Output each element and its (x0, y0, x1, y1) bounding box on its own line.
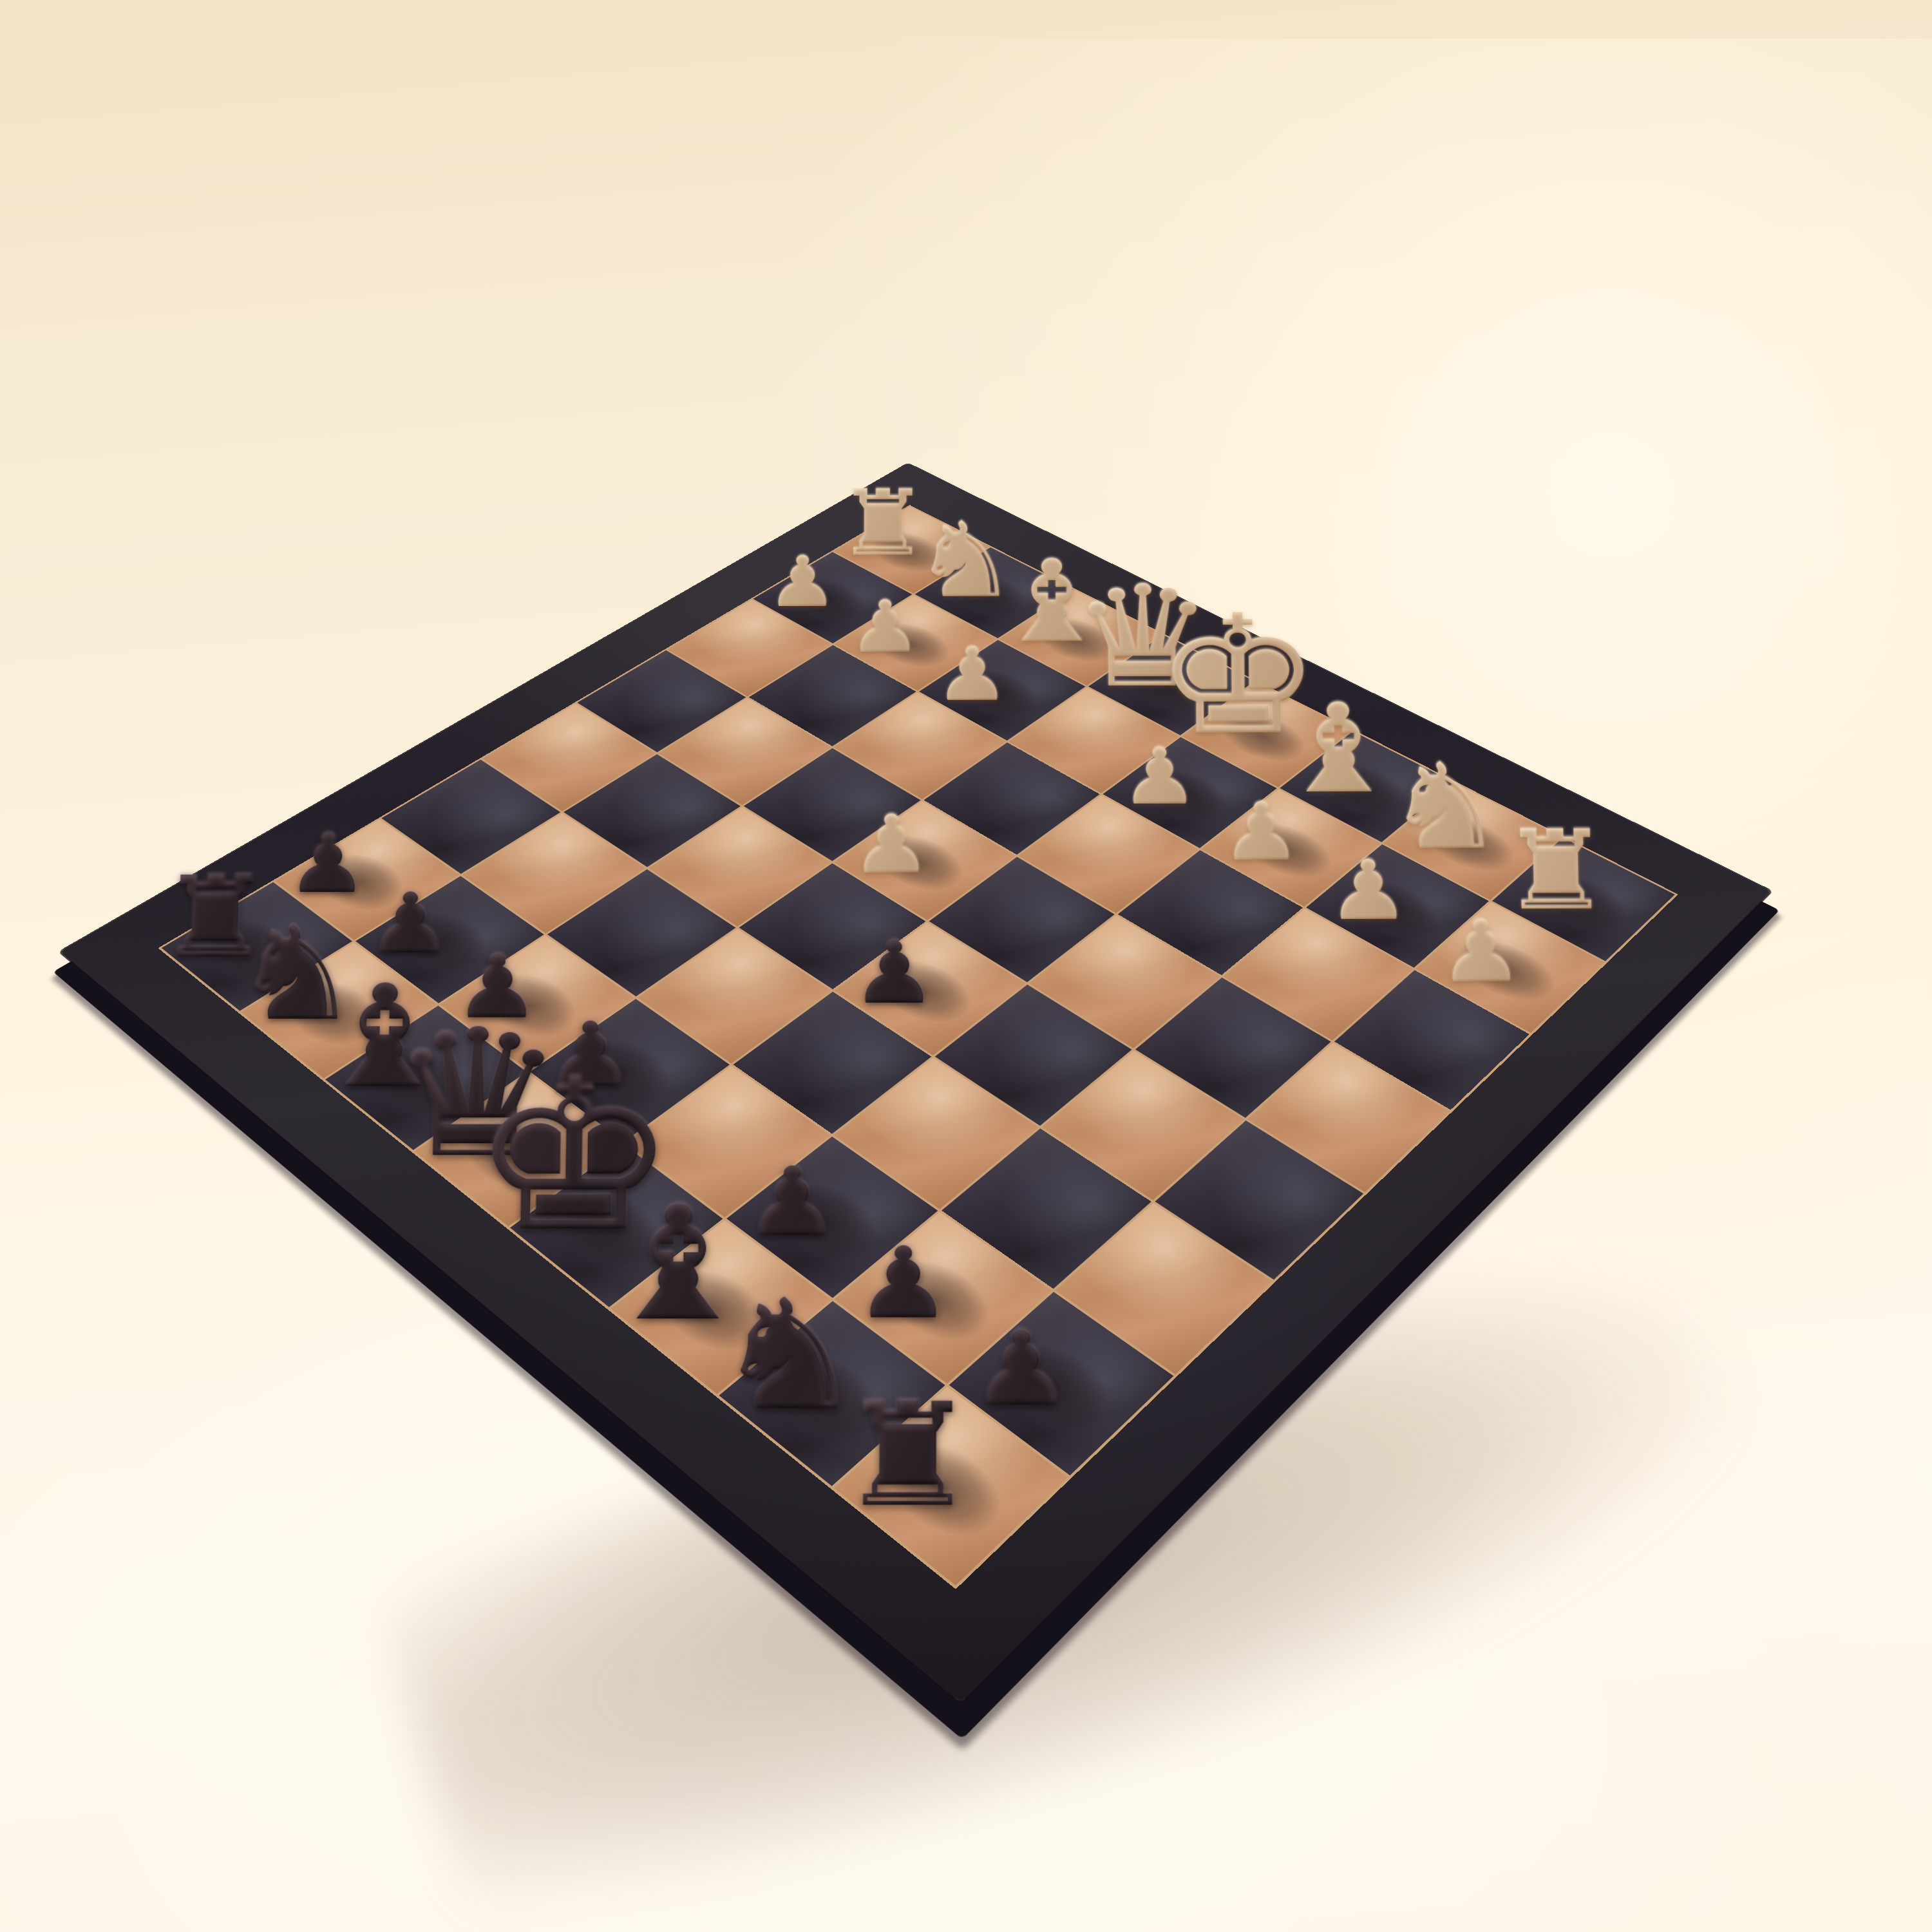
black-pawn-a7[interactable]: ♟ (285, 825, 370, 902)
white-pawn-b2[interactable]: ♟ (848, 593, 922, 661)
board-frame: ♜♞♝♛♚♝♞♜♟♟♟♟♟♟♟♟♟♟♟♟♟♟♟♟♜♞♝♛♚♝♞♜ (60, 464, 1771, 1703)
black-pawn-b7[interactable]: ♟ (367, 884, 453, 964)
black-pawn-f7[interactable]: ♟ (744, 1157, 840, 1247)
white-pawn-f2[interactable]: ♟ (1220, 794, 1302, 870)
black-rook-h8[interactable]: ♜ (837, 1387, 979, 1522)
white-pawn-d4[interactable]: ♟ (850, 806, 932, 883)
board-grid: ♜♞♝♛♚♝♞♜♟♟♟♟♟♟♟♟♟♟♟♟♟♟♟♟♜♞♝♛♚♝♞♜ (158, 505, 1678, 1589)
black-pawn-g7[interactable]: ♟ (853, 1236, 952, 1330)
white-pawn-a2[interactable]: ♟ (766, 549, 838, 615)
white-pawn-h2[interactable]: ♟ (1437, 911, 1524, 992)
white-pawn-e2[interactable]: ♟ (1120, 740, 1199, 814)
chess-board: ♜♞♝♛♚♝♞♜♟♟♟♟♟♟♟♟♟♟♟♟♟♟♟♟♜♞♝♛♚♝♞♜ (60, 464, 1771, 1703)
square-c5[interactable] (649, 807, 831, 927)
white-pawn-g2[interactable]: ♟ (1326, 851, 1410, 929)
black-pawn-e5[interactable]: ♟ (851, 933, 938, 1014)
scene: ♜♞♝♛♚♝♞♜♟♟♟♟♟♟♟♟♟♟♟♟♟♟♟♟♜♞♝♛♚♝♞♜ (0, 0, 1932, 1932)
white-pawn-c2[interactable]: ♟ (934, 639, 1010, 710)
black-pawn-h7[interactable]: ♟ (971, 1321, 1072, 1418)
